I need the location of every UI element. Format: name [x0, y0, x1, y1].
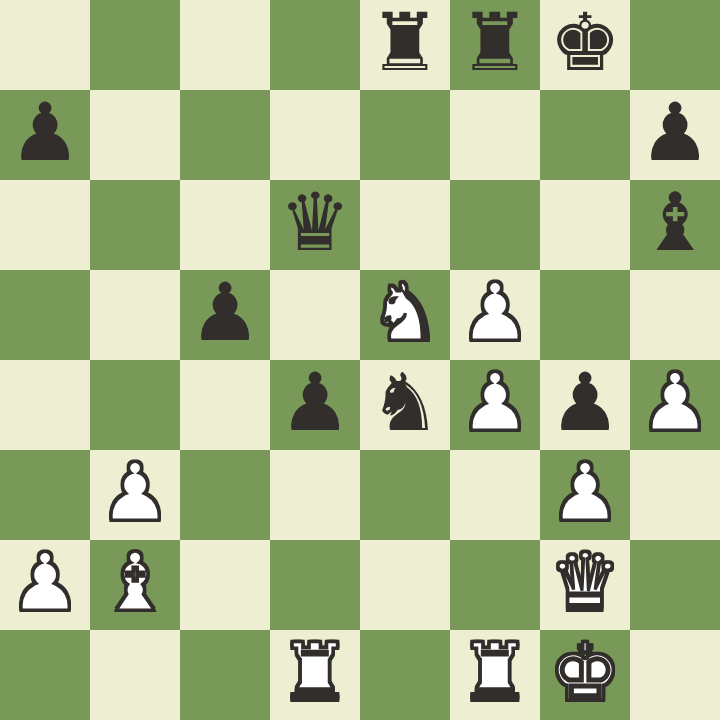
square-h8[interactable] — [630, 0, 720, 90]
square-f1[interactable]: ♜ — [450, 630, 540, 720]
square-a3[interactable] — [0, 450, 90, 540]
square-d6[interactable]: ♛ — [270, 180, 360, 270]
piece-black-rook[interactable]: ♜ — [459, 3, 531, 83]
piece-black-pawn[interactable]: ♟ — [9, 93, 81, 173]
square-h6[interactable]: ♝ — [630, 180, 720, 270]
square-d7[interactable] — [270, 90, 360, 180]
piece-white-rook[interactable]: ♜ — [279, 633, 351, 713]
square-g4[interactable]: ♟ — [540, 360, 630, 450]
piece-white-queen[interactable]: ♛ — [549, 543, 621, 623]
square-g7[interactable] — [540, 90, 630, 180]
piece-white-pawn[interactable]: ♟ — [459, 273, 531, 353]
piece-black-king[interactable]: ♚ — [549, 3, 621, 83]
square-h7[interactable]: ♟ — [630, 90, 720, 180]
square-h3[interactable] — [630, 450, 720, 540]
square-c4[interactable] — [180, 360, 270, 450]
square-g1[interactable]: ♚ — [540, 630, 630, 720]
square-e3[interactable] — [360, 450, 450, 540]
square-e2[interactable] — [360, 540, 450, 630]
square-h2[interactable] — [630, 540, 720, 630]
square-e8[interactable]: ♜ — [360, 0, 450, 90]
square-b8[interactable] — [90, 0, 180, 90]
square-g8[interactable]: ♚ — [540, 0, 630, 90]
square-g2[interactable]: ♛ — [540, 540, 630, 630]
square-a7[interactable]: ♟ — [0, 90, 90, 180]
square-c5[interactable]: ♟ — [180, 270, 270, 360]
square-b5[interactable] — [90, 270, 180, 360]
square-f8[interactable]: ♜ — [450, 0, 540, 90]
square-h4[interactable]: ♟ — [630, 360, 720, 450]
square-d5[interactable] — [270, 270, 360, 360]
square-d2[interactable] — [270, 540, 360, 630]
square-e6[interactable] — [360, 180, 450, 270]
piece-white-pawn[interactable]: ♟ — [639, 363, 711, 443]
square-e4[interactable]: ♞ — [360, 360, 450, 450]
piece-black-pawn[interactable]: ♟ — [549, 363, 621, 443]
piece-white-pawn[interactable]: ♟ — [459, 363, 531, 443]
square-b7[interactable] — [90, 90, 180, 180]
piece-black-bishop[interactable]: ♝ — [639, 183, 711, 263]
piece-black-pawn[interactable]: ♟ — [639, 93, 711, 173]
square-b3[interactable]: ♟ — [90, 450, 180, 540]
square-g6[interactable] — [540, 180, 630, 270]
piece-black-rook[interactable]: ♜ — [369, 3, 441, 83]
square-a4[interactable] — [0, 360, 90, 450]
square-c8[interactable] — [180, 0, 270, 90]
square-b4[interactable] — [90, 360, 180, 450]
piece-black-queen[interactable]: ♛ — [279, 183, 351, 263]
square-a5[interactable] — [0, 270, 90, 360]
piece-black-pawn[interactable]: ♟ — [279, 363, 351, 443]
square-f7[interactable] — [450, 90, 540, 180]
square-c2[interactable] — [180, 540, 270, 630]
square-h5[interactable] — [630, 270, 720, 360]
square-g3[interactable]: ♟ — [540, 450, 630, 540]
square-b1[interactable] — [90, 630, 180, 720]
square-h1[interactable] — [630, 630, 720, 720]
piece-white-pawn[interactable]: ♟ — [99, 453, 171, 533]
piece-white-bishop[interactable]: ♝ — [99, 543, 171, 623]
piece-black-pawn[interactable]: ♟ — [189, 273, 261, 353]
square-e5[interactable]: ♞ — [360, 270, 450, 360]
square-a2[interactable]: ♟ — [0, 540, 90, 630]
square-b2[interactable]: ♝ — [90, 540, 180, 630]
piece-white-pawn[interactable]: ♟ — [549, 453, 621, 533]
square-f4[interactable]: ♟ — [450, 360, 540, 450]
piece-white-king[interactable]: ♚ — [549, 633, 621, 713]
square-a6[interactable] — [0, 180, 90, 270]
square-e1[interactable] — [360, 630, 450, 720]
square-c1[interactable] — [180, 630, 270, 720]
square-c6[interactable] — [180, 180, 270, 270]
square-e7[interactable] — [360, 90, 450, 180]
square-d1[interactable]: ♜ — [270, 630, 360, 720]
square-c3[interactable] — [180, 450, 270, 540]
square-a1[interactable] — [0, 630, 90, 720]
piece-white-rook[interactable]: ♜ — [459, 633, 531, 713]
square-f5[interactable]: ♟ — [450, 270, 540, 360]
piece-black-knight[interactable]: ♞ — [369, 363, 441, 443]
chess-board: ♜♜♚♟♟♛♝♟♞♟♟♞♟♟♟♟♟♟♝♛♜♜♚ — [0, 0, 720, 720]
square-b6[interactable] — [90, 180, 180, 270]
square-f3[interactable] — [450, 450, 540, 540]
square-d3[interactable] — [270, 450, 360, 540]
piece-white-knight[interactable]: ♞ — [369, 273, 441, 353]
square-c7[interactable] — [180, 90, 270, 180]
square-g5[interactable] — [540, 270, 630, 360]
square-a8[interactable] — [0, 0, 90, 90]
square-d4[interactable]: ♟ — [270, 360, 360, 450]
piece-white-pawn[interactable]: ♟ — [9, 543, 81, 623]
square-f6[interactable] — [450, 180, 540, 270]
square-d8[interactable] — [270, 0, 360, 90]
square-f2[interactable] — [450, 540, 540, 630]
